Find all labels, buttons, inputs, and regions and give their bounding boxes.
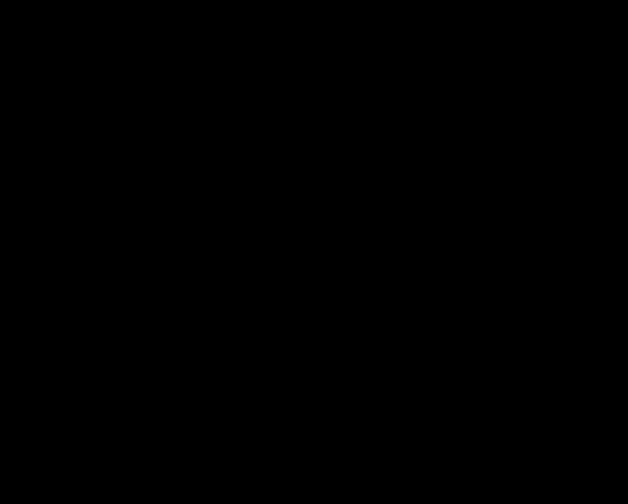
chess-app (0, 0, 628, 504)
rank-labels (60, 8, 77, 474)
file-labels (79, 473, 545, 491)
chess-board (79, 8, 545, 474)
